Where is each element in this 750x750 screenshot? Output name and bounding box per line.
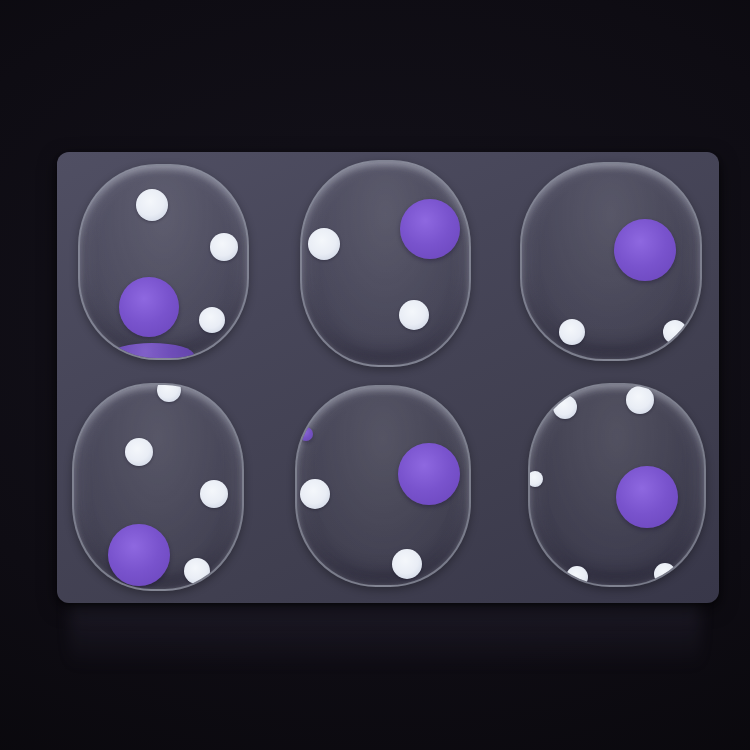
silicone-pad-top-left [78, 164, 249, 360]
white-dot [184, 558, 210, 584]
purple-dot [108, 524, 170, 586]
white-dot [399, 300, 429, 330]
white-dot [300, 479, 330, 509]
white-dot [528, 471, 543, 487]
packaging-sheet [57, 152, 719, 603]
photo-stage [0, 0, 750, 750]
white-dot [125, 438, 153, 466]
white-dot [200, 480, 228, 508]
silicone-pad-top-right [520, 162, 702, 361]
white-dot [654, 563, 676, 585]
silicone-pad-top-center [300, 160, 471, 367]
silicone-pad-bottom-center [295, 385, 471, 587]
white-dot [136, 189, 168, 221]
purple-dot [400, 199, 460, 259]
purple-dot [119, 277, 179, 337]
purple-dot [614, 219, 676, 281]
purple-dot [110, 343, 194, 360]
white-dot [392, 549, 422, 579]
white-dot [559, 319, 585, 345]
silicone-pad-bottom-right [528, 383, 706, 587]
white-dot [626, 386, 654, 414]
white-dot [210, 233, 238, 261]
purple-dot [616, 466, 678, 528]
purple-dot [299, 427, 313, 441]
white-dot [566, 566, 588, 587]
purple-dot [398, 443, 460, 505]
white-dot [308, 228, 340, 260]
white-dot [199, 307, 225, 333]
white-dot [663, 320, 687, 344]
white-dot [157, 383, 181, 402]
silicone-pad-bottom-left [72, 383, 244, 591]
white-dot [553, 395, 577, 419]
